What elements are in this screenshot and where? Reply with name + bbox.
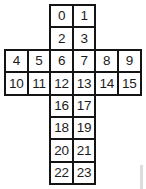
net-cell-1: 1 — [72, 4, 97, 28]
net-cell-23: 23 — [72, 161, 97, 185]
net-cell-13: 13 — [72, 71, 97, 95]
net-cell-17: 17 — [72, 94, 97, 118]
net-cell-4: 4 — [4, 49, 29, 73]
cube-net-grid: 01234567891011121314151617181920212223 — [5, 5, 141, 184]
net-cell-18: 18 — [49, 116, 74, 140]
net-cell-20: 20 — [49, 138, 74, 162]
net-cell-14: 14 — [94, 71, 119, 95]
scrollbar-artifact — [140, 165, 143, 189]
page: 01234567891011121314151617181920212223 — [0, 0, 146, 189]
net-cell-3: 3 — [72, 26, 97, 50]
net-cell-6: 6 — [49, 49, 74, 73]
net-cell-22: 22 — [49, 161, 74, 185]
net-cell-15: 15 — [117, 71, 142, 95]
net-cell-11: 11 — [27, 71, 52, 95]
net-cell-12: 12 — [49, 71, 74, 95]
net-cell-0: 0 — [49, 4, 74, 28]
net-cell-10: 10 — [4, 71, 29, 95]
net-cell-19: 19 — [72, 116, 97, 140]
net-cell-5: 5 — [27, 49, 52, 73]
net-cell-7: 7 — [72, 49, 97, 73]
net-cell-21: 21 — [72, 138, 97, 162]
net-cell-9: 9 — [117, 49, 142, 73]
net-cell-16: 16 — [49, 94, 74, 118]
net-cell-8: 8 — [94, 49, 119, 73]
net-cell-2: 2 — [49, 26, 74, 50]
